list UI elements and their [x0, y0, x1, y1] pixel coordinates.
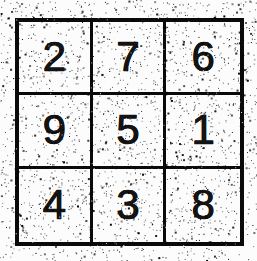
cell-value: 6 — [191, 36, 214, 78]
scanned-diagram: 2 7 6 9 5 1 4 3 8 — [0, 0, 257, 261]
cell-r2c1: 9 — [19, 95, 93, 168]
cell-r3c1: 4 — [19, 169, 93, 242]
magic-square-board: 2 7 6 9 5 1 4 3 8 — [15, 18, 244, 246]
cell-value: 3 — [116, 184, 139, 226]
cell-r2c2: 5 — [93, 95, 167, 168]
cell-r2c3: 1 — [166, 95, 240, 168]
cell-value: 8 — [191, 184, 214, 226]
cell-r3c2: 3 — [93, 169, 167, 242]
cell-value: 1 — [191, 109, 214, 151]
cell-r3c3: 8 — [166, 169, 240, 242]
cell-value: 4 — [43, 184, 66, 226]
cell-value: 9 — [43, 109, 66, 151]
cell-value: 7 — [116, 36, 139, 78]
cell-value: 2 — [43, 36, 66, 78]
cell-r1c2: 7 — [93, 22, 167, 95]
cell-r1c1: 2 — [19, 22, 93, 95]
cell-r1c3: 6 — [166, 22, 240, 95]
cell-value: 5 — [116, 109, 139, 151]
